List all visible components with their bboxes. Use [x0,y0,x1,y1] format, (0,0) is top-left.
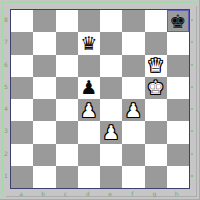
rank-label-5: 5 [3,84,9,90]
square-b6[interactable] [33,55,55,77]
square-h2[interactable] [167,144,189,166]
square-c6[interactable] [56,55,78,77]
rank-tick-1 [191,175,193,177]
square-f2[interactable] [122,144,144,166]
square-b3[interactable] [33,121,55,143]
square-b7[interactable] [33,32,55,54]
file-label-g: g [150,191,160,197]
square-a6[interactable] [11,55,33,77]
square-g4[interactable] [145,99,167,121]
rank-tick-8 [191,19,193,21]
square-c3[interactable] [56,121,78,143]
square-e8[interactable] [100,10,122,32]
square-g8[interactable] [145,10,167,32]
white-pawn[interactable]: ♟ [103,123,120,142]
file-label-e: e [105,191,115,197]
square-g6[interactable]: ♛ [145,55,167,77]
square-f5[interactable] [122,77,144,99]
rank-tick-7 [191,41,193,43]
square-b2[interactable] [33,144,55,166]
square-e4[interactable] [100,99,122,121]
square-f3[interactable] [122,121,144,143]
file-label-a: a [16,191,26,197]
square-e2[interactable] [100,144,122,166]
square-f7[interactable] [122,32,144,54]
square-c4[interactable] [56,99,78,121]
square-a7[interactable] [11,32,33,54]
rank-label-1: 1 [3,173,9,179]
square-e6[interactable] [100,55,122,77]
white-king[interactable]: ♚ [147,78,164,97]
square-d3[interactable] [78,121,100,143]
square-d2[interactable] [78,144,100,166]
square-a2[interactable] [11,144,33,166]
square-d5[interactable]: ♟ [78,77,100,99]
white-queen[interactable]: ♛ [147,56,164,75]
square-c1[interactable] [56,166,78,188]
square-h4[interactable] [167,99,189,121]
square-a5[interactable] [11,77,33,99]
file-label-f: f [127,191,137,197]
square-f6[interactable] [122,55,144,77]
chess-board: ♚♛♛♟♚♟♟♟ [10,9,190,189]
square-d6[interactable] [78,55,100,77]
rank-label-8: 8 [3,17,9,23]
black-king[interactable]: ♚ [169,12,186,31]
rank-label-3: 3 [3,128,9,134]
square-h1[interactable] [167,166,189,188]
square-h7[interactable] [167,32,189,54]
rank-tick-2 [191,153,193,155]
rank-label-2: 2 [3,151,9,157]
file-label-h: h [172,191,182,197]
square-c5[interactable] [56,77,78,99]
rank-tick-6 [191,64,193,66]
square-c7[interactable] [56,32,78,54]
square-g3[interactable] [145,121,167,143]
square-e7[interactable] [100,32,122,54]
square-g7[interactable] [145,32,167,54]
file-label-d: d [83,191,93,197]
square-d8[interactable] [78,10,100,32]
rank-tick-3 [191,130,193,132]
square-e1[interactable] [100,166,122,188]
black-pawn[interactable]: ♟ [80,78,97,97]
square-h6[interactable] [167,55,189,77]
square-b8[interactable] [33,10,55,32]
file-label-b: b [38,191,48,197]
square-g2[interactable] [145,144,167,166]
square-f8[interactable] [122,10,144,32]
square-a3[interactable] [11,121,33,143]
white-pawn[interactable]: ♟ [80,101,97,120]
frame-accent-line-top [2,2,198,3]
chessboard-frame: ♚♛♛♟♚♟♟♟ 87654321 abcdefgh [0,0,200,200]
square-d7[interactable]: ♛ [78,32,100,54]
square-e5[interactable] [100,77,122,99]
square-b1[interactable] [33,166,55,188]
rank-label-4: 4 [3,106,9,112]
square-b4[interactable] [33,99,55,121]
rank-label-6: 6 [3,62,9,68]
square-f4[interactable]: ♟ [122,99,144,121]
rank-tick-4 [191,108,193,110]
square-a1[interactable] [11,166,33,188]
frame-shade-bottom [6,196,197,197]
square-a4[interactable] [11,99,33,121]
square-e3[interactable]: ♟ [100,121,122,143]
frame-accent-line-left [2,2,3,197]
square-d4[interactable]: ♟ [78,99,100,121]
square-b5[interactable] [33,77,55,99]
file-label-c: c [61,191,71,197]
black-queen[interactable]: ♛ [80,34,97,53]
square-h8[interactable]: ♚ [167,10,189,32]
rank-label-7: 7 [3,39,9,45]
square-c8[interactable] [56,10,78,32]
square-h5[interactable] [167,77,189,99]
square-a8[interactable] [11,10,33,32]
square-h3[interactable] [167,121,189,143]
square-f1[interactable] [122,166,144,188]
square-c2[interactable] [56,144,78,166]
square-g1[interactable] [145,166,167,188]
rank-tick-5 [191,86,193,88]
square-g5[interactable]: ♚ [145,77,167,99]
white-pawn[interactable]: ♟ [125,101,142,120]
frame-shade-right [196,6,197,197]
square-d1[interactable] [78,166,100,188]
